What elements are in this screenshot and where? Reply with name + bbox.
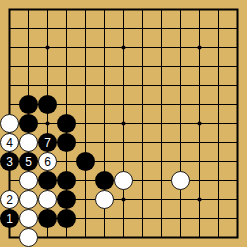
black-stone bbox=[19, 114, 38, 133]
move-number: 5 bbox=[25, 155, 32, 167]
move-number: 4 bbox=[6, 136, 13, 148]
move-number: 7 bbox=[44, 136, 51, 148]
move-number: 3 bbox=[6, 155, 13, 167]
white-stone: 4 bbox=[0, 133, 19, 152]
white-stone bbox=[0, 114, 19, 133]
black-stone bbox=[57, 133, 76, 152]
black-stone bbox=[76, 152, 95, 171]
white-stone bbox=[19, 209, 38, 228]
black-stone bbox=[57, 190, 76, 209]
black-stone: 7 bbox=[38, 133, 57, 152]
black-stone bbox=[38, 209, 57, 228]
black-stone bbox=[95, 171, 114, 190]
black-stone: 5 bbox=[19, 152, 38, 171]
white-stone bbox=[19, 133, 38, 152]
white-stone bbox=[38, 190, 57, 209]
go-diagram: 4735621 bbox=[0, 0, 247, 247]
white-stone bbox=[114, 171, 133, 190]
white-stone bbox=[19, 190, 38, 209]
black-stone bbox=[38, 95, 57, 114]
white-stone: 6 bbox=[38, 152, 57, 171]
black-stone: 3 bbox=[0, 152, 19, 171]
white-stone bbox=[171, 171, 190, 190]
move-number: 6 bbox=[44, 155, 51, 167]
white-stone: 2 bbox=[0, 190, 19, 209]
go-board: 4735621 bbox=[0, 0, 247, 247]
white-stone bbox=[95, 190, 114, 209]
black-stone: 1 bbox=[0, 209, 19, 228]
white-stone bbox=[19, 228, 38, 247]
black-stone bbox=[38, 171, 57, 190]
black-stone bbox=[57, 114, 76, 133]
move-number: 2 bbox=[6, 193, 13, 205]
black-stone bbox=[57, 209, 76, 228]
white-stone bbox=[19, 171, 38, 190]
black-stone bbox=[57, 171, 76, 190]
black-stone bbox=[19, 95, 38, 114]
move-number: 1 bbox=[6, 212, 13, 224]
